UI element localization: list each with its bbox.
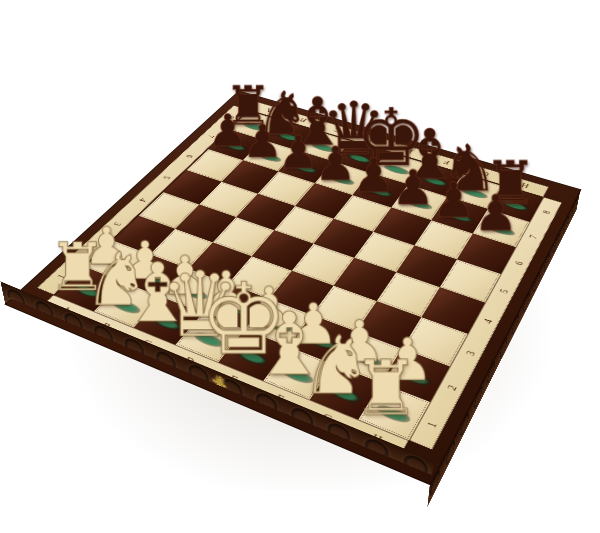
brass-clasp-left-icon[interactable]: ⚜ [6,293,22,316]
board-stage: ⚜ ⚜ ABCDEFGH ABCDEFGH 87654321 87654321 … [0,0,600,533]
black-pawn[interactable]: ♟ [431,176,475,225]
black-pawn[interactable]: ♟ [242,119,283,164]
black-pawn[interactable]: ♟ [391,164,434,212]
rank-label-4: 4 [120,189,165,211]
chess-set-photo: ⚜ ⚜ ABCDEFGH ABCDEFGH 87654321 87654321 … [0,0,600,533]
rank-label-6: 6 [168,147,211,166]
black-pawn[interactable]: ♟ [314,141,356,188]
rank-label-5: 5 [145,167,189,187]
board-grid: ♜♞♝♛♚♝♞♜♟♟♟♟♟♟♟♟♟♟♟♟♟♟♟♟♜♞♝♛♚♝♞♜ [54,110,544,441]
black-pawn[interactable]: ♟ [352,152,394,199]
chess-board: ⚜ ⚜ ABCDEFGH ABCDEFGH 87654321 87654321 … [4,90,581,485]
white-rook[interactable]: ♜ [351,351,419,427]
brass-clasp-front-icon[interactable]: ⚜ [209,369,230,394]
black-pawn[interactable]: ♟ [278,129,319,175]
